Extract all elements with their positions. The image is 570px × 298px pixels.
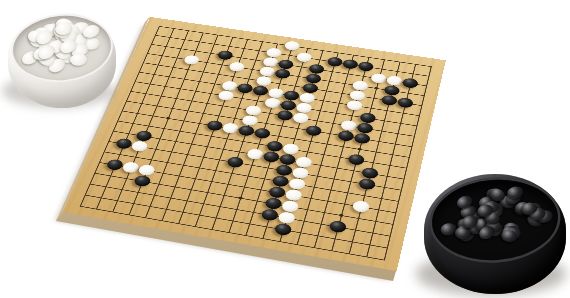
star-point xyxy=(339,213,344,216)
black-stone-bowl[interactable] xyxy=(424,174,566,296)
white-stone-bowl[interactable] xyxy=(8,12,116,110)
black-bowl-stone xyxy=(500,229,517,243)
go-game-photo xyxy=(0,0,570,298)
star-point xyxy=(357,147,362,150)
go-board[interactable] xyxy=(62,17,446,273)
white-bowl-stone xyxy=(70,53,88,66)
star-point xyxy=(238,196,243,199)
star-point xyxy=(374,87,378,90)
